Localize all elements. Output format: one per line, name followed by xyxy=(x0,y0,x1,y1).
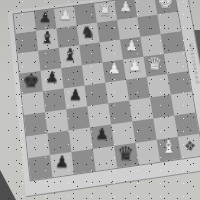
white-pawn-piece: ♟ xyxy=(128,59,141,74)
black-pawn-piece: ♟ xyxy=(38,11,51,25)
black-bishop-piece: ♝ xyxy=(62,46,77,62)
background-corner-shadow xyxy=(0,170,16,200)
chess-board: ♟♟♜♟♚♝♞♝♟♚♟♟♟♛♟♟♟♛♝❖ xyxy=(14,0,200,180)
square-d2: ♟ xyxy=(90,124,114,149)
square-h2 xyxy=(174,113,199,137)
square-c1 xyxy=(71,149,95,174)
white-pawn-piece: ♟ xyxy=(119,0,132,14)
square-d1 xyxy=(93,146,117,171)
black-pawn-piece: ♟ xyxy=(55,154,69,170)
black-king-piece: ♚ xyxy=(22,71,40,90)
photo-scene: ♟♟♜♟♚♝♞♝♟♚♟♟♟♛♟♟♟♛♝❖ Unscreened xyxy=(0,0,200,200)
chess-board-frame: ♟♟♜♟♚♝♞♝♟♚♟♟♟♛♟♟♟♛♝❖ Unscreened xyxy=(7,0,200,197)
white-pawn-piece: ♟ xyxy=(107,62,120,77)
black-pawn-piece: ♟ xyxy=(95,127,109,142)
black-pawn-piece: ♟ xyxy=(45,70,59,85)
square-h1: ❖ xyxy=(178,134,200,159)
white-rook-piece: ♜ xyxy=(98,3,112,18)
square-c2 xyxy=(69,127,93,152)
black-bishop-piece: ♝ xyxy=(39,30,54,46)
white-pawn-piece: ♟ xyxy=(58,8,71,22)
black-pawn-piece: ♟ xyxy=(68,88,82,103)
corner-ornament-icon: ❖ xyxy=(179,134,200,157)
square-a2 xyxy=(26,133,50,158)
square-b2 xyxy=(47,130,71,155)
white-queen-piece: ♛ xyxy=(147,55,163,72)
white-king-piece: ♚ xyxy=(157,0,174,11)
black-knight-piece: ♞ xyxy=(80,24,95,40)
white-bishop-piece: ♝ xyxy=(161,138,177,156)
white-pawn-piece: ♟ xyxy=(125,39,138,53)
black-queen-piece: ♛ xyxy=(118,144,135,163)
square-a1 xyxy=(28,155,52,180)
square-b1: ♟ xyxy=(50,152,74,177)
